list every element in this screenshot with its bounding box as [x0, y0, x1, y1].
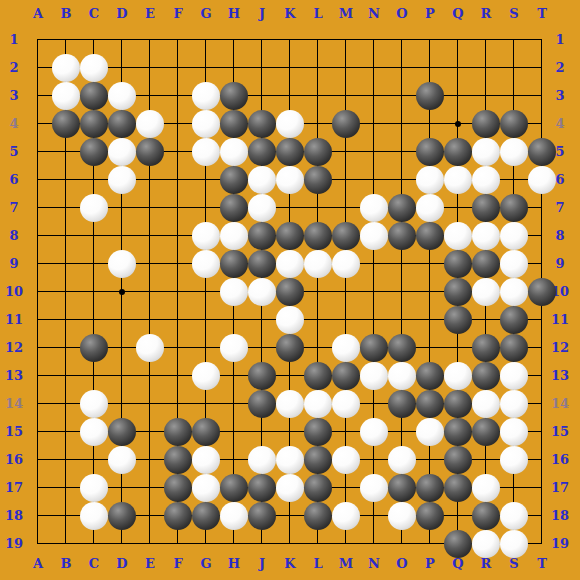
point-C15[interactable]	[80, 418, 108, 446]
point-G4[interactable]	[192, 110, 220, 138]
point-O3[interactable]	[388, 82, 416, 110]
point-Q7[interactable]	[444, 194, 472, 222]
point-J8[interactable]	[248, 222, 276, 250]
point-F12[interactable]	[164, 334, 192, 362]
point-Q5[interactable]	[444, 138, 472, 166]
point-Q6[interactable]	[444, 166, 472, 194]
point-F17[interactable]	[164, 474, 192, 502]
point-D10[interactable]	[108, 278, 136, 306]
point-E13[interactable]	[136, 362, 164, 390]
point-P9[interactable]	[416, 250, 444, 278]
point-F5[interactable]	[164, 138, 192, 166]
point-K11[interactable]	[276, 306, 304, 334]
point-T17[interactable]	[528, 474, 556, 502]
point-S14[interactable]	[500, 390, 528, 418]
point-F6[interactable]	[164, 166, 192, 194]
point-D9[interactable]	[108, 250, 136, 278]
point-L11[interactable]	[304, 306, 332, 334]
point-A3[interactable]	[24, 82, 52, 110]
point-L5[interactable]	[304, 138, 332, 166]
point-B6[interactable]	[52, 166, 80, 194]
point-H13[interactable]	[220, 362, 248, 390]
point-R11[interactable]	[472, 306, 500, 334]
point-C10[interactable]	[80, 278, 108, 306]
point-K4[interactable]	[276, 110, 304, 138]
point-K7[interactable]	[276, 194, 304, 222]
point-A15[interactable]	[24, 418, 52, 446]
point-D18[interactable]	[108, 502, 136, 530]
point-S8[interactable]	[500, 222, 528, 250]
point-N19[interactable]	[360, 530, 388, 558]
point-T15[interactable]	[528, 418, 556, 446]
point-E19[interactable]	[136, 530, 164, 558]
point-M9[interactable]	[332, 250, 360, 278]
point-N8[interactable]	[360, 222, 388, 250]
point-A16[interactable]	[24, 446, 52, 474]
point-O5[interactable]	[388, 138, 416, 166]
point-Q19[interactable]	[444, 530, 472, 558]
point-T5[interactable]	[528, 138, 556, 166]
point-N15[interactable]	[360, 418, 388, 446]
point-P15[interactable]	[416, 418, 444, 446]
point-N16[interactable]	[360, 446, 388, 474]
point-A1[interactable]	[24, 26, 52, 54]
point-T18[interactable]	[528, 502, 556, 530]
point-L17[interactable]	[304, 474, 332, 502]
point-Q8[interactable]	[444, 222, 472, 250]
point-G7[interactable]	[192, 194, 220, 222]
point-Q9[interactable]	[444, 250, 472, 278]
point-D17[interactable]	[108, 474, 136, 502]
point-F14[interactable]	[164, 390, 192, 418]
point-R17[interactable]	[472, 474, 500, 502]
point-Q2[interactable]	[444, 54, 472, 82]
point-C18[interactable]	[80, 502, 108, 530]
point-H11[interactable]	[220, 306, 248, 334]
point-R7[interactable]	[472, 194, 500, 222]
point-C2[interactable]	[80, 54, 108, 82]
point-E18[interactable]	[136, 502, 164, 530]
point-F1[interactable]	[164, 26, 192, 54]
point-G2[interactable]	[192, 54, 220, 82]
point-R13[interactable]	[472, 362, 500, 390]
point-F10[interactable]	[164, 278, 192, 306]
point-C8[interactable]	[80, 222, 108, 250]
point-N17[interactable]	[360, 474, 388, 502]
point-L7[interactable]	[304, 194, 332, 222]
point-F9[interactable]	[164, 250, 192, 278]
point-A13[interactable]	[24, 362, 52, 390]
point-O2[interactable]	[388, 54, 416, 82]
point-S19[interactable]	[500, 530, 528, 558]
point-P16[interactable]	[416, 446, 444, 474]
point-C19[interactable]	[80, 530, 108, 558]
point-G5[interactable]	[192, 138, 220, 166]
point-H9[interactable]	[220, 250, 248, 278]
point-M11[interactable]	[332, 306, 360, 334]
point-E7[interactable]	[136, 194, 164, 222]
point-K16[interactable]	[276, 446, 304, 474]
point-Q1[interactable]	[444, 26, 472, 54]
point-H19[interactable]	[220, 530, 248, 558]
point-O4[interactable]	[388, 110, 416, 138]
point-P17[interactable]	[416, 474, 444, 502]
point-A4[interactable]	[24, 110, 52, 138]
point-T13[interactable]	[528, 362, 556, 390]
point-K1[interactable]	[276, 26, 304, 54]
point-K9[interactable]	[276, 250, 304, 278]
point-O16[interactable]	[388, 446, 416, 474]
point-S15[interactable]	[500, 418, 528, 446]
point-D7[interactable]	[108, 194, 136, 222]
point-J1[interactable]	[248, 26, 276, 54]
point-J19[interactable]	[248, 530, 276, 558]
point-J5[interactable]	[248, 138, 276, 166]
point-B7[interactable]	[52, 194, 80, 222]
point-H18[interactable]	[220, 502, 248, 530]
point-L3[interactable]	[304, 82, 332, 110]
point-J4[interactable]	[248, 110, 276, 138]
point-D19[interactable]	[108, 530, 136, 558]
point-E5[interactable]	[136, 138, 164, 166]
point-G18[interactable]	[192, 502, 220, 530]
point-P4[interactable]	[416, 110, 444, 138]
point-P14[interactable]	[416, 390, 444, 418]
point-P13[interactable]	[416, 362, 444, 390]
point-Q15[interactable]	[444, 418, 472, 446]
point-G19[interactable]	[192, 530, 220, 558]
point-Q11[interactable]	[444, 306, 472, 334]
point-A2[interactable]	[24, 54, 52, 82]
point-D6[interactable]	[108, 166, 136, 194]
point-D11[interactable]	[108, 306, 136, 334]
point-E9[interactable]	[136, 250, 164, 278]
point-D12[interactable]	[108, 334, 136, 362]
point-B15[interactable]	[52, 418, 80, 446]
point-L18[interactable]	[304, 502, 332, 530]
point-D5[interactable]	[108, 138, 136, 166]
point-G12[interactable]	[192, 334, 220, 362]
point-K17[interactable]	[276, 474, 304, 502]
point-J18[interactable]	[248, 502, 276, 530]
point-M1[interactable]	[332, 26, 360, 54]
point-Q13[interactable]	[444, 362, 472, 390]
point-P5[interactable]	[416, 138, 444, 166]
point-A11[interactable]	[24, 306, 52, 334]
point-J15[interactable]	[248, 418, 276, 446]
point-B9[interactable]	[52, 250, 80, 278]
point-M5[interactable]	[332, 138, 360, 166]
point-D3[interactable]	[108, 82, 136, 110]
point-N5[interactable]	[360, 138, 388, 166]
point-M14[interactable]	[332, 390, 360, 418]
point-O19[interactable]	[388, 530, 416, 558]
point-K14[interactable]	[276, 390, 304, 418]
point-H7[interactable]	[220, 194, 248, 222]
point-C3[interactable]	[80, 82, 108, 110]
point-G6[interactable]	[192, 166, 220, 194]
point-J14[interactable]	[248, 390, 276, 418]
point-J7[interactable]	[248, 194, 276, 222]
point-T12[interactable]	[528, 334, 556, 362]
point-M19[interactable]	[332, 530, 360, 558]
point-H4[interactable]	[220, 110, 248, 138]
point-D1[interactable]	[108, 26, 136, 54]
point-M17[interactable]	[332, 474, 360, 502]
point-B18[interactable]	[52, 502, 80, 530]
point-T14[interactable]	[528, 390, 556, 418]
point-M13[interactable]	[332, 362, 360, 390]
point-N11[interactable]	[360, 306, 388, 334]
point-R10[interactable]	[472, 278, 500, 306]
point-H10[interactable]	[220, 278, 248, 306]
point-L19[interactable]	[304, 530, 332, 558]
point-F19[interactable]	[164, 530, 192, 558]
point-R12[interactable]	[472, 334, 500, 362]
point-K15[interactable]	[276, 418, 304, 446]
point-L16[interactable]	[304, 446, 332, 474]
point-A17[interactable]	[24, 474, 52, 502]
point-F8[interactable]	[164, 222, 192, 250]
point-R1[interactable]	[472, 26, 500, 54]
point-B3[interactable]	[52, 82, 80, 110]
point-O18[interactable]	[388, 502, 416, 530]
point-A19[interactable]	[24, 530, 52, 558]
point-P1[interactable]	[416, 26, 444, 54]
point-F7[interactable]	[164, 194, 192, 222]
point-F4[interactable]	[164, 110, 192, 138]
point-L8[interactable]	[304, 222, 332, 250]
point-A6[interactable]	[24, 166, 52, 194]
point-Q17[interactable]	[444, 474, 472, 502]
point-N4[interactable]	[360, 110, 388, 138]
point-T7[interactable]	[528, 194, 556, 222]
point-P8[interactable]	[416, 222, 444, 250]
point-L10[interactable]	[304, 278, 332, 306]
point-N2[interactable]	[360, 54, 388, 82]
point-P6[interactable]	[416, 166, 444, 194]
point-F13[interactable]	[164, 362, 192, 390]
point-B2[interactable]	[52, 54, 80, 82]
point-S11[interactable]	[500, 306, 528, 334]
point-L12[interactable]	[304, 334, 332, 362]
point-C16[interactable]	[80, 446, 108, 474]
point-F11[interactable]	[164, 306, 192, 334]
point-S18[interactable]	[500, 502, 528, 530]
point-G16[interactable]	[192, 446, 220, 474]
point-F18[interactable]	[164, 502, 192, 530]
point-O12[interactable]	[388, 334, 416, 362]
point-E10[interactable]	[136, 278, 164, 306]
point-G9[interactable]	[192, 250, 220, 278]
point-L13[interactable]	[304, 362, 332, 390]
point-O11[interactable]	[388, 306, 416, 334]
point-R9[interactable]	[472, 250, 500, 278]
point-E16[interactable]	[136, 446, 164, 474]
point-N6[interactable]	[360, 166, 388, 194]
point-H14[interactable]	[220, 390, 248, 418]
point-T8[interactable]	[528, 222, 556, 250]
point-P19[interactable]	[416, 530, 444, 558]
point-E14[interactable]	[136, 390, 164, 418]
point-J11[interactable]	[248, 306, 276, 334]
point-D16[interactable]	[108, 446, 136, 474]
point-R18[interactable]	[472, 502, 500, 530]
point-Q12[interactable]	[444, 334, 472, 362]
point-E8[interactable]	[136, 222, 164, 250]
point-A10[interactable]	[24, 278, 52, 306]
point-C5[interactable]	[80, 138, 108, 166]
point-B1[interactable]	[52, 26, 80, 54]
point-H2[interactable]	[220, 54, 248, 82]
point-O10[interactable]	[388, 278, 416, 306]
point-H12[interactable]	[220, 334, 248, 362]
point-L2[interactable]	[304, 54, 332, 82]
point-T9[interactable]	[528, 250, 556, 278]
point-F15[interactable]	[164, 418, 192, 446]
point-M3[interactable]	[332, 82, 360, 110]
point-L6[interactable]	[304, 166, 332, 194]
point-S9[interactable]	[500, 250, 528, 278]
point-R14[interactable]	[472, 390, 500, 418]
point-L9[interactable]	[304, 250, 332, 278]
point-O14[interactable]	[388, 390, 416, 418]
point-G14[interactable]	[192, 390, 220, 418]
point-H16[interactable]	[220, 446, 248, 474]
point-S16[interactable]	[500, 446, 528, 474]
point-E11[interactable]	[136, 306, 164, 334]
point-A12[interactable]	[24, 334, 52, 362]
point-D2[interactable]	[108, 54, 136, 82]
point-R5[interactable]	[472, 138, 500, 166]
point-K12[interactable]	[276, 334, 304, 362]
point-P2[interactable]	[416, 54, 444, 82]
point-M7[interactable]	[332, 194, 360, 222]
point-C17[interactable]	[80, 474, 108, 502]
point-O17[interactable]	[388, 474, 416, 502]
point-K13[interactable]	[276, 362, 304, 390]
point-M2[interactable]	[332, 54, 360, 82]
point-N13[interactable]	[360, 362, 388, 390]
point-T4[interactable]	[528, 110, 556, 138]
point-G17[interactable]	[192, 474, 220, 502]
point-H1[interactable]	[220, 26, 248, 54]
point-N1[interactable]	[360, 26, 388, 54]
point-K19[interactable]	[276, 530, 304, 558]
point-E4[interactable]	[136, 110, 164, 138]
point-E17[interactable]	[136, 474, 164, 502]
point-N14[interactable]	[360, 390, 388, 418]
point-C14[interactable]	[80, 390, 108, 418]
point-Q16[interactable]	[444, 446, 472, 474]
point-P7[interactable]	[416, 194, 444, 222]
point-O7[interactable]	[388, 194, 416, 222]
point-N7[interactable]	[360, 194, 388, 222]
point-S10[interactable]	[500, 278, 528, 306]
point-Q10[interactable]	[444, 278, 472, 306]
point-H6[interactable]	[220, 166, 248, 194]
point-A7[interactable]	[24, 194, 52, 222]
point-B12[interactable]	[52, 334, 80, 362]
point-D14[interactable]	[108, 390, 136, 418]
point-S7[interactable]	[500, 194, 528, 222]
point-L4[interactable]	[304, 110, 332, 138]
point-B19[interactable]	[52, 530, 80, 558]
point-H8[interactable]	[220, 222, 248, 250]
point-N3[interactable]	[360, 82, 388, 110]
point-G1[interactable]	[192, 26, 220, 54]
point-A5[interactable]	[24, 138, 52, 166]
point-E6[interactable]	[136, 166, 164, 194]
point-R3[interactable]	[472, 82, 500, 110]
point-C1[interactable]	[80, 26, 108, 54]
point-C12[interactable]	[80, 334, 108, 362]
point-C4[interactable]	[80, 110, 108, 138]
point-O1[interactable]	[388, 26, 416, 54]
point-C11[interactable]	[80, 306, 108, 334]
point-N10[interactable]	[360, 278, 388, 306]
point-P18[interactable]	[416, 502, 444, 530]
point-C6[interactable]	[80, 166, 108, 194]
point-K5[interactable]	[276, 138, 304, 166]
point-E15[interactable]	[136, 418, 164, 446]
point-P11[interactable]	[416, 306, 444, 334]
point-B13[interactable]	[52, 362, 80, 390]
point-J10[interactable]	[248, 278, 276, 306]
point-D13[interactable]	[108, 362, 136, 390]
point-B14[interactable]	[52, 390, 80, 418]
point-R8[interactable]	[472, 222, 500, 250]
point-K10[interactable]	[276, 278, 304, 306]
point-M12[interactable]	[332, 334, 360, 362]
point-J17[interactable]	[248, 474, 276, 502]
point-T6[interactable]	[528, 166, 556, 194]
point-S2[interactable]	[500, 54, 528, 82]
point-D4[interactable]	[108, 110, 136, 138]
point-C13[interactable]	[80, 362, 108, 390]
point-A18[interactable]	[24, 502, 52, 530]
point-T2[interactable]	[528, 54, 556, 82]
point-L1[interactable]	[304, 26, 332, 54]
point-E2[interactable]	[136, 54, 164, 82]
point-S4[interactable]	[500, 110, 528, 138]
point-E1[interactable]	[136, 26, 164, 54]
point-H15[interactable]	[220, 418, 248, 446]
point-P10[interactable]	[416, 278, 444, 306]
point-R6[interactable]	[472, 166, 500, 194]
point-J12[interactable]	[248, 334, 276, 362]
point-L14[interactable]	[304, 390, 332, 418]
point-N9[interactable]	[360, 250, 388, 278]
point-P3[interactable]	[416, 82, 444, 110]
point-J9[interactable]	[248, 250, 276, 278]
point-K6[interactable]	[276, 166, 304, 194]
point-B5[interactable]	[52, 138, 80, 166]
point-K18[interactable]	[276, 502, 304, 530]
point-T19[interactable]	[528, 530, 556, 558]
point-H3[interactable]	[220, 82, 248, 110]
point-A14[interactable]	[24, 390, 52, 418]
point-J13[interactable]	[248, 362, 276, 390]
point-O9[interactable]	[388, 250, 416, 278]
point-S5[interactable]	[500, 138, 528, 166]
point-Q3[interactable]	[444, 82, 472, 110]
point-R16[interactable]	[472, 446, 500, 474]
point-D15[interactable]	[108, 418, 136, 446]
point-J3[interactable]	[248, 82, 276, 110]
point-M16[interactable]	[332, 446, 360, 474]
point-C9[interactable]	[80, 250, 108, 278]
